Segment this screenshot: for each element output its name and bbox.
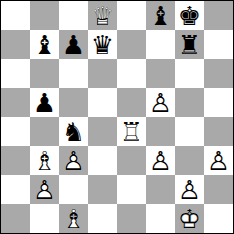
square-d8[interactable]: ♛♕ <box>88 1 117 30</box>
black-pawn: ♟ <box>59 30 88 59</box>
square-d2[interactable] <box>88 175 117 204</box>
square-c3[interactable]: ♟♙ <box>59 146 88 175</box>
square-g7[interactable]: ♜ <box>175 30 204 59</box>
black-knight: ♞ <box>59 117 88 146</box>
square-g8[interactable]: ♚ <box>175 1 204 30</box>
square-d3[interactable] <box>88 146 117 175</box>
square-d6[interactable] <box>88 59 117 88</box>
white-pawn: ♟♙ <box>30 175 59 204</box>
square-g3[interactable] <box>175 146 204 175</box>
square-d7[interactable]: ♛ <box>88 30 117 59</box>
white-pawn: ♟♙ <box>146 146 175 175</box>
black-pawn: ♟ <box>30 88 59 117</box>
white-pawn: ♟♙ <box>146 88 175 117</box>
square-c4[interactable]: ♞ <box>59 117 88 146</box>
square-f1[interactable] <box>146 204 175 233</box>
square-e2[interactable] <box>117 175 146 204</box>
square-f7[interactable] <box>146 30 175 59</box>
square-f6[interactable] <box>146 59 175 88</box>
white-piece-outline: ♙ <box>59 146 88 175</box>
white-piece-outline: ♕ <box>88 1 117 30</box>
square-b3[interactable]: ♝♗ <box>30 146 59 175</box>
square-e6[interactable] <box>117 59 146 88</box>
square-c2[interactable] <box>59 175 88 204</box>
square-a4[interactable] <box>1 117 30 146</box>
square-b7[interactable]: ♝ <box>30 30 59 59</box>
square-f3[interactable]: ♟♙ <box>146 146 175 175</box>
square-e7[interactable] <box>117 30 146 59</box>
square-f2[interactable] <box>146 175 175 204</box>
square-g4[interactable] <box>175 117 204 146</box>
white-bishop: ♝♗ <box>30 146 59 175</box>
square-f5[interactable]: ♟♙ <box>146 88 175 117</box>
square-f8[interactable]: ♝ <box>146 1 175 30</box>
black-rook: ♜ <box>175 30 204 59</box>
white-bishop: ♝♗ <box>59 204 88 233</box>
square-h7[interactable] <box>204 30 233 59</box>
chess-board: ♛♕♝♚♝♟♛♜♟♟♙♞♜♖♝♗♟♙♟♙♟♙♟♙♟♙♝♗♚♔ <box>0 0 234 234</box>
square-c5[interactable] <box>59 88 88 117</box>
square-a7[interactable] <box>1 30 30 59</box>
white-rook: ♜♖ <box>117 117 146 146</box>
square-f4[interactable] <box>146 117 175 146</box>
white-piece-outline: ♔ <box>175 204 204 233</box>
white-pawn: ♟♙ <box>175 175 204 204</box>
square-h6[interactable] <box>204 59 233 88</box>
square-g2[interactable]: ♟♙ <box>175 175 204 204</box>
white-pawn: ♟♙ <box>204 146 233 175</box>
square-a2[interactable] <box>1 175 30 204</box>
square-c7[interactable]: ♟ <box>59 30 88 59</box>
square-h8[interactable] <box>204 1 233 30</box>
white-piece-outline: ♙ <box>175 175 204 204</box>
square-h1[interactable] <box>204 204 233 233</box>
square-e4[interactable]: ♜♖ <box>117 117 146 146</box>
square-h4[interactable] <box>204 117 233 146</box>
square-a8[interactable] <box>1 1 30 30</box>
square-e3[interactable] <box>117 146 146 175</box>
square-d4[interactable] <box>88 117 117 146</box>
white-piece-outline: ♗ <box>59 204 88 233</box>
white-piece-outline: ♗ <box>30 146 59 175</box>
square-a5[interactable] <box>1 88 30 117</box>
square-b6[interactable] <box>30 59 59 88</box>
square-g1[interactable]: ♚♔ <box>175 204 204 233</box>
white-king: ♚♔ <box>175 204 204 233</box>
white-piece-outline: ♙ <box>30 175 59 204</box>
square-b1[interactable] <box>30 204 59 233</box>
square-e8[interactable] <box>117 1 146 30</box>
square-b4[interactable] <box>30 117 59 146</box>
square-a1[interactable] <box>1 204 30 233</box>
white-piece-outline: ♙ <box>146 146 175 175</box>
black-bishop: ♝ <box>30 30 59 59</box>
square-b5[interactable]: ♟ <box>30 88 59 117</box>
black-bishop: ♝ <box>146 1 175 30</box>
white-piece-outline: ♙ <box>146 88 175 117</box>
square-g5[interactable] <box>175 88 204 117</box>
square-d1[interactable] <box>88 204 117 233</box>
square-a6[interactable] <box>1 59 30 88</box>
square-c8[interactable] <box>59 1 88 30</box>
square-b2[interactable]: ♟♙ <box>30 175 59 204</box>
square-e1[interactable] <box>117 204 146 233</box>
square-b8[interactable] <box>30 1 59 30</box>
square-c6[interactable] <box>59 59 88 88</box>
square-c1[interactable]: ♝♗ <box>59 204 88 233</box>
white-piece-outline: ♙ <box>204 146 233 175</box>
square-h2[interactable] <box>204 175 233 204</box>
square-e5[interactable] <box>117 88 146 117</box>
black-queen: ♛ <box>88 30 117 59</box>
square-d5[interactable] <box>88 88 117 117</box>
white-queen: ♛♕ <box>88 1 117 30</box>
white-piece-outline: ♖ <box>117 117 146 146</box>
square-a3[interactable] <box>1 146 30 175</box>
square-h3[interactable]: ♟♙ <box>204 146 233 175</box>
white-pawn: ♟♙ <box>59 146 88 175</box>
black-king: ♚ <box>175 1 204 30</box>
square-g6[interactable] <box>175 59 204 88</box>
square-h5[interactable] <box>204 88 233 117</box>
